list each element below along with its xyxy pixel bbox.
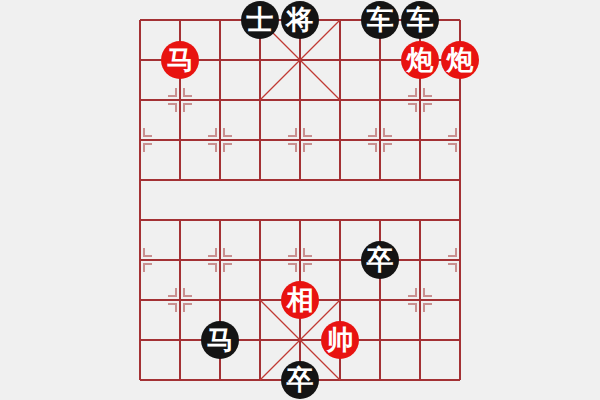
black-soldier[interactable]: 卒: [361, 241, 399, 279]
xiangqi-app: 士将车车马炮炮卒相马帅卒: [0, 0, 600, 400]
red-elephant[interactable]: 相: [281, 281, 319, 319]
black-chariot[interactable]: 车: [361, 1, 399, 39]
xiangqi-board: 士将车车马炮炮卒相马帅卒: [120, 0, 480, 400]
red-cannon[interactable]: 炮: [441, 41, 479, 79]
black-advisor[interactable]: 士: [241, 1, 279, 39]
black-chariot[interactable]: 车: [401, 1, 439, 39]
black-soldier[interactable]: 卒: [281, 361, 319, 399]
board-intersections: 士将车车马炮炮卒相马帅卒: [120, 0, 480, 400]
red-cannon[interactable]: 炮: [401, 41, 439, 79]
black-horse[interactable]: 马: [201, 321, 239, 359]
red-horse[interactable]: 马: [161, 41, 199, 79]
black-general[interactable]: 将: [281, 1, 319, 39]
red-general[interactable]: 帅: [321, 321, 359, 359]
